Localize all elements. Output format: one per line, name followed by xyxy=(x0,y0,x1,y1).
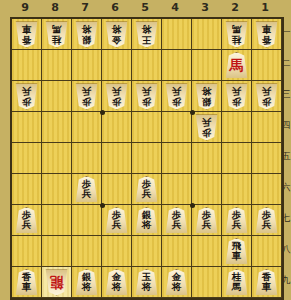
piece-kanji: 将 xyxy=(202,86,212,97)
board-square-5一[interactable]: 王将 xyxy=(132,19,161,49)
piece-pawn-sente[interactable]: 歩兵 xyxy=(74,176,99,203)
piece-kanji: 桂 xyxy=(52,34,62,45)
star-point-4 xyxy=(190,203,195,208)
board-square-5二[interactable] xyxy=(132,50,161,80)
board-square-7二[interactable] xyxy=(72,50,101,80)
board-square-2九[interactable]: 桂馬 xyxy=(222,267,251,297)
file-label-9: 9 xyxy=(10,0,40,16)
piece-pawn-sente[interactable]: 歩兵 xyxy=(224,207,249,234)
board-square-2六[interactable] xyxy=(222,174,251,204)
file-label-7: 7 xyxy=(70,0,100,16)
piece-kanji: 兵 xyxy=(142,86,152,97)
board-square-7四[interactable] xyxy=(72,112,101,142)
piece-lance-sente[interactable]: 香車 xyxy=(254,269,279,296)
board-square-2四[interactable] xyxy=(222,112,251,142)
piece-kanji: 兵 xyxy=(22,220,32,231)
board-square-6七[interactable]: 歩兵 xyxy=(102,205,131,235)
file-label-3: 3 xyxy=(190,0,220,16)
board-square-4六[interactable] xyxy=(162,174,191,204)
piece-kanji: 龍 xyxy=(50,275,64,290)
board-square-5四[interactable] xyxy=(132,112,161,142)
piece-kanji: 馬 xyxy=(230,58,244,73)
file-label-5: 5 xyxy=(130,0,160,16)
piece-kanji: 兵 xyxy=(172,86,182,97)
piece-horse-sente[interactable]: 馬 xyxy=(224,52,249,79)
piece-kanji: 金 xyxy=(112,34,122,45)
board-square-4七[interactable]: 歩兵 xyxy=(162,205,191,235)
star-point-3 xyxy=(100,203,105,208)
board-square-9一[interactable]: 香車 xyxy=(12,19,41,49)
board-square-3八[interactable] xyxy=(192,236,221,266)
board-square-7五[interactable] xyxy=(72,143,101,173)
file-label-4: 4 xyxy=(160,0,190,16)
board-square-9四[interactable] xyxy=(12,112,41,142)
piece-kanji: 王 xyxy=(142,34,152,45)
piece-kanji: 香 xyxy=(22,34,32,45)
board-square-1八[interactable] xyxy=(252,236,281,266)
board-square-4二[interactable] xyxy=(162,50,191,80)
piece-pawn-gote[interactable]: 歩兵 xyxy=(254,83,279,110)
board-square-8八[interactable] xyxy=(42,236,71,266)
piece-kanji: 歩 xyxy=(22,96,32,107)
piece-kanji: 兵 xyxy=(262,86,272,97)
piece-knight-gote[interactable]: 桂馬 xyxy=(44,21,69,48)
board-square-1七[interactable]: 歩兵 xyxy=(252,205,281,235)
piece-pawn-gote[interactable]: 歩兵 xyxy=(74,83,99,110)
piece-pawn-sente[interactable]: 歩兵 xyxy=(194,207,219,234)
board-square-7一[interactable]: 銀将 xyxy=(72,19,101,49)
board-square-4三[interactable]: 歩兵 xyxy=(162,81,191,111)
piece-kanji: 兵 xyxy=(22,86,32,97)
board-square-8五[interactable] xyxy=(42,143,71,173)
piece-pawn-gote[interactable]: 歩兵 xyxy=(134,83,159,110)
board-square-2三[interactable]: 歩兵 xyxy=(222,81,251,111)
piece-kanji: 歩 xyxy=(232,96,242,107)
piece-kanji: 将 xyxy=(172,282,182,293)
piece-kanji: 兵 xyxy=(172,220,182,231)
piece-pawn-gote[interactable]: 歩兵 xyxy=(224,83,249,110)
piece-kanji: 将 xyxy=(142,282,152,293)
piece-kanji: 桂 xyxy=(232,34,242,45)
piece-kanji: 兵 xyxy=(112,220,122,231)
piece-kanji: 歩 xyxy=(82,96,92,107)
board-square-8四[interactable] xyxy=(42,112,71,142)
board-square-1二[interactable] xyxy=(252,50,281,80)
piece-kanji: 歩 xyxy=(202,127,212,138)
piece-kanji: 兵 xyxy=(82,86,92,97)
piece-kanji: 兵 xyxy=(202,117,212,128)
board-square-2五[interactable] xyxy=(222,143,251,173)
file-label-1: 1 xyxy=(250,0,280,16)
piece-king-gote[interactable]: 王将 xyxy=(134,21,159,48)
piece-gold-sente[interactable]: 金将 xyxy=(164,269,189,296)
piece-kanji: 兵 xyxy=(232,86,242,97)
board-square-3九[interactable] xyxy=(192,267,221,297)
board-square-5三[interactable]: 歩兵 xyxy=(132,81,161,111)
board-square-3四[interactable]: 歩兵 xyxy=(192,112,221,142)
board-square-2八[interactable]: 飛車 xyxy=(222,236,251,266)
piece-silver-sente[interactable]: 銀将 xyxy=(134,207,159,234)
board-square-1三[interactable]: 歩兵 xyxy=(252,81,281,111)
board-square-3三[interactable]: 銀将 xyxy=(192,81,221,111)
piece-kanji: 将 xyxy=(112,282,122,293)
board-square-6一[interactable]: 金将 xyxy=(102,19,131,49)
board-square-1五[interactable] xyxy=(252,143,281,173)
piece-rook-sente[interactable]: 飛車 xyxy=(224,238,249,265)
piece-kanji: 将 xyxy=(142,24,152,35)
board-square-3五[interactable] xyxy=(192,143,221,173)
piece-lance-gote[interactable]: 香車 xyxy=(14,21,39,48)
board-square-6四[interactable] xyxy=(102,112,131,142)
board-square-4五[interactable] xyxy=(162,143,191,173)
piece-pawn-gote[interactable]: 歩兵 xyxy=(14,83,39,110)
piece-kanji: 銀 xyxy=(202,96,212,107)
piece-kanji: 車 xyxy=(232,251,242,262)
piece-kanji: 兵 xyxy=(232,220,242,231)
shogi-app: 987654321 一二三四五六七八九 香車桂馬銀将金将王将桂馬香車馬歩兵歩兵歩… xyxy=(0,0,291,300)
board-square-7九[interactable]: 銀将 xyxy=(72,267,101,297)
piece-kanji: 車 xyxy=(262,282,272,293)
board-square-4九[interactable]: 金将 xyxy=(162,267,191,297)
board-square-9二[interactable] xyxy=(12,50,41,80)
piece-kanji: 馬 xyxy=(52,24,62,35)
piece-dragon-gote[interactable]: 龍 xyxy=(44,269,69,296)
board-square-3七[interactable]: 歩兵 xyxy=(192,205,221,235)
piece-pawn-gote[interactable]: 歩兵 xyxy=(164,83,189,110)
file-coordinates: 987654321 xyxy=(10,0,280,16)
board-square-9六[interactable] xyxy=(12,174,41,204)
board-square-2七[interactable]: 歩兵 xyxy=(222,205,251,235)
piece-pawn-sente[interactable]: 歩兵 xyxy=(254,207,279,234)
piece-silver-sente[interactable]: 銀将 xyxy=(74,269,99,296)
piece-kanji: 馬 xyxy=(232,24,242,35)
board-square-9五[interactable] xyxy=(12,143,41,173)
board-square-4八[interactable] xyxy=(162,236,191,266)
file-label-8: 8 xyxy=(40,0,70,16)
board-square-2二[interactable]: 馬 xyxy=(222,50,251,80)
piece-lance-gote[interactable]: 香車 xyxy=(254,21,279,48)
board-square-6二[interactable] xyxy=(102,50,131,80)
piece-kanji: 兵 xyxy=(262,220,272,231)
piece-pawn-gote[interactable]: 歩兵 xyxy=(194,114,219,141)
piece-knight-sente[interactable]: 桂馬 xyxy=(224,269,249,296)
board-square-1九[interactable]: 香車 xyxy=(252,267,281,297)
file-label-6: 6 xyxy=(100,0,130,16)
piece-kanji: 将 xyxy=(82,282,92,293)
board-square-6三[interactable]: 歩兵 xyxy=(102,81,131,111)
piece-kanji: 車 xyxy=(262,24,272,35)
piece-pawn-sente[interactable]: 歩兵 xyxy=(14,207,39,234)
shogi-board: 香車桂馬銀将金将王将桂馬香車馬歩兵歩兵歩兵歩兵歩兵銀将歩兵歩兵歩兵歩兵歩兵歩兵歩… xyxy=(10,17,284,300)
board-square-2一[interactable]: 桂馬 xyxy=(222,19,251,49)
piece-kanji: 将 xyxy=(112,24,122,35)
board-square-5八[interactable] xyxy=(132,236,161,266)
piece-knight-gote[interactable]: 桂馬 xyxy=(224,21,249,48)
piece-pawn-gote[interactable]: 歩兵 xyxy=(104,83,129,110)
board-square-4四[interactable] xyxy=(162,112,191,142)
board-square-8六[interactable] xyxy=(42,174,71,204)
board-square-6六[interactable] xyxy=(102,174,131,204)
board-square-9三[interactable]: 歩兵 xyxy=(12,81,41,111)
board-square-6九[interactable]: 金将 xyxy=(102,267,131,297)
board-square-8三[interactable] xyxy=(42,81,71,111)
piece-pawn-sente[interactable]: 歩兵 xyxy=(134,176,159,203)
piece-gold-sente[interactable]: 金将 xyxy=(104,269,129,296)
piece-kanji: 車 xyxy=(22,24,32,35)
board-square-6五[interactable] xyxy=(102,143,131,173)
piece-king-sente[interactable]: 玉将 xyxy=(134,269,159,296)
piece-kanji: 将 xyxy=(142,220,152,231)
board-square-7七[interactable] xyxy=(72,205,101,235)
piece-kanji: 将 xyxy=(82,24,92,35)
board-square-1四[interactable] xyxy=(252,112,281,142)
board-square-9八[interactable] xyxy=(12,236,41,266)
board-square-1一[interactable]: 香車 xyxy=(252,19,281,49)
board-square-1六[interactable] xyxy=(252,174,281,204)
star-point-1 xyxy=(100,110,105,115)
piece-kanji: 兵 xyxy=(112,86,122,97)
board-square-6八[interactable] xyxy=(102,236,131,266)
board-square-4一[interactable] xyxy=(162,19,191,49)
board-square-3一[interactable] xyxy=(192,19,221,49)
piece-kanji: 歩 xyxy=(262,96,272,107)
piece-gold-gote[interactable]: 金将 xyxy=(104,21,129,48)
board-square-7八[interactable] xyxy=(72,236,101,266)
piece-kanji: 歩 xyxy=(112,96,122,107)
board-square-5五[interactable] xyxy=(132,143,161,173)
board-square-9九[interactable]: 香車 xyxy=(12,267,41,297)
piece-kanji: 馬 xyxy=(232,282,242,293)
piece-kanji: 兵 xyxy=(82,189,92,200)
star-point-2 xyxy=(190,110,195,115)
piece-silver-gote[interactable]: 銀将 xyxy=(74,21,99,48)
piece-kanji: 香 xyxy=(262,34,272,45)
piece-pawn-sente[interactable]: 歩兵 xyxy=(104,207,129,234)
piece-kanji: 兵 xyxy=(202,220,212,231)
board-square-3二[interactable] xyxy=(192,50,221,80)
piece-kanji: 歩 xyxy=(172,96,182,107)
board-square-8一[interactable]: 桂馬 xyxy=(42,19,71,49)
piece-kanji: 兵 xyxy=(142,189,152,200)
board-square-8七[interactable] xyxy=(42,205,71,235)
board-square-7三[interactable]: 歩兵 xyxy=(72,81,101,111)
board-square-8二[interactable] xyxy=(42,50,71,80)
file-label-2: 2 xyxy=(220,0,250,16)
piece-kanji: 銀 xyxy=(82,34,92,45)
board-square-5六[interactable]: 歩兵 xyxy=(132,174,161,204)
board-square-8九[interactable]: 龍 xyxy=(42,267,71,297)
piece-silver-gote[interactable]: 銀将 xyxy=(194,83,219,110)
piece-pawn-sente[interactable]: 歩兵 xyxy=(164,207,189,234)
board-square-5七[interactable]: 銀将 xyxy=(132,205,161,235)
board-square-5九[interactable]: 玉将 xyxy=(132,267,161,297)
piece-kanji: 歩 xyxy=(142,96,152,107)
piece-kanji: 車 xyxy=(22,282,32,293)
board-square-9七[interactable]: 歩兵 xyxy=(12,205,41,235)
board-square-7六[interactable]: 歩兵 xyxy=(72,174,101,204)
piece-lance-sente[interactable]: 香車 xyxy=(14,269,39,296)
board-square-3六[interactable] xyxy=(192,174,221,204)
